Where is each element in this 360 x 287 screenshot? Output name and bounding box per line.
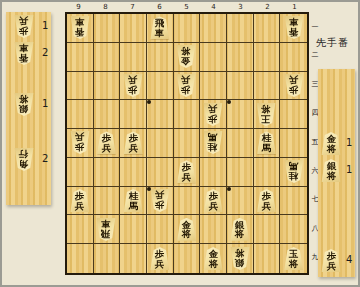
file-label-7: 7 xyxy=(119,3,146,11)
hand-count: 2 xyxy=(42,153,48,164)
star-point xyxy=(147,187,151,191)
file-label-8: 8 xyxy=(92,3,119,11)
hand-count: 2 xyxy=(42,47,48,58)
board-cell-7七[interactable]: 桂馬 xyxy=(120,187,147,216)
board-cell-4一[interactable] xyxy=(200,14,227,43)
shogi-piece-歩兵-sente[interactable]: 歩兵 xyxy=(70,189,90,212)
piece-kanji: 香 xyxy=(19,53,28,63)
board-cell-9八[interactable] xyxy=(67,215,94,244)
sente-hand-歩兵[interactable]: 歩兵4 xyxy=(318,249,355,273)
board-cell-5五[interactable] xyxy=(174,129,201,158)
board-cell-2一[interactable] xyxy=(254,14,281,43)
star-point xyxy=(227,187,231,191)
board-cell-6八[interactable] xyxy=(147,215,174,244)
piece-kanji: 将 xyxy=(262,104,271,114)
shogi-piece-歩兵-sente[interactable]: 歩兵 xyxy=(321,249,341,272)
shogi-piece-角行-gote[interactable]: 角行 xyxy=(14,148,34,171)
board-cell-2八[interactable] xyxy=(254,215,281,244)
board-cell-1八[interactable] xyxy=(280,215,307,244)
board-cell-8七[interactable] xyxy=(94,187,121,216)
board-cell-9六[interactable] xyxy=(67,158,94,187)
piece-kanji: 歩 xyxy=(128,84,137,94)
piece-kanji: 車 xyxy=(102,219,111,229)
piece-kanji: 歩 xyxy=(208,113,217,123)
board-cell-6六[interactable] xyxy=(147,158,174,187)
board-cell-4三[interactable] xyxy=(200,72,227,101)
board-cell-4五[interactable]: 桂馬 xyxy=(200,129,227,158)
board-cell-8九[interactable] xyxy=(94,244,121,273)
board-cell-6七[interactable]: 歩兵 xyxy=(147,187,174,216)
board-cell-8二[interactable] xyxy=(94,43,121,72)
piece-kanji: 兵 xyxy=(208,202,217,212)
board-cell-3三[interactable] xyxy=(227,72,254,101)
shogi-piece-歩兵-gote[interactable]: 歩兵 xyxy=(150,189,170,212)
shogi-piece-桂馬-gote[interactable]: 桂馬 xyxy=(203,131,223,154)
shogi-piece-銀将-sente[interactable]: 銀将 xyxy=(230,218,250,241)
piece-kanji: 歩 xyxy=(182,84,191,94)
board-cell-2九[interactable] xyxy=(254,244,281,273)
board-cell-9一[interactable]: 香車 xyxy=(67,14,94,43)
shogi-piece-桂馬-sente[interactable]: 桂馬 xyxy=(256,131,276,154)
gote-hand-角行[interactable]: 角行2 xyxy=(6,148,51,172)
board-cell-1三[interactable]: 歩兵 xyxy=(280,72,307,101)
board-cell-4六[interactable] xyxy=(200,158,227,187)
piece-kanji: 馬 xyxy=(289,161,298,171)
board-cell-3九[interactable]: 銀将 xyxy=(227,244,254,273)
shogi-piece-香車-gote[interactable]: 香車 xyxy=(70,16,90,39)
board-cell-8一[interactable] xyxy=(94,14,121,43)
board-cell-9五[interactable]: 歩兵 xyxy=(67,129,94,158)
piece-kanji: 馬 xyxy=(262,144,271,154)
piece-kanji: 兵 xyxy=(128,75,137,85)
board-cell-3四[interactable] xyxy=(227,100,254,129)
shogi-piece-銀将-gote[interactable]: 銀将 xyxy=(14,93,34,116)
gote-hand-香車[interactable]: 香車2 xyxy=(6,42,51,66)
board-cell-5六[interactable]: 歩兵 xyxy=(174,158,201,187)
piece-kanji: 将 xyxy=(235,230,244,240)
board-cell-1五[interactable] xyxy=(280,129,307,158)
piece-kanji: 将 xyxy=(182,230,191,240)
star-point xyxy=(227,100,231,104)
file-label-6: 6 xyxy=(146,3,173,11)
board-cell-1四[interactable] xyxy=(280,100,307,129)
file-label-2: 2 xyxy=(254,3,281,11)
piece-kanji: 銀 xyxy=(235,258,244,268)
board-cell-4九[interactable]: 金将 xyxy=(200,244,227,273)
piece-kanji: 車 xyxy=(19,43,28,53)
board-cell-8三[interactable] xyxy=(94,72,121,101)
piece-kanji: 兵 xyxy=(155,190,164,200)
sente-captured-stand: 金将1銀将1歩兵4 xyxy=(318,69,355,277)
piece-kanji: 歩 xyxy=(75,142,84,152)
board-cell-6五[interactable] xyxy=(147,129,174,158)
hand-count: 1 xyxy=(42,20,48,31)
shogi-piece-歩兵-sente[interactable]: 歩兵 xyxy=(176,160,196,183)
piece-kanji: 車 xyxy=(75,17,84,27)
hand-count: 1 xyxy=(346,137,352,148)
board-cell-5三[interactable]: 歩兵 xyxy=(174,72,201,101)
piece-kanji: 兵 xyxy=(102,144,111,154)
piece-kanji: 兵 xyxy=(262,202,271,212)
shogi-piece-歩兵-sente[interactable]: 歩兵 xyxy=(203,189,223,212)
board-cell-3二[interactable] xyxy=(227,43,254,72)
board-cell-6二[interactable] xyxy=(147,43,174,72)
board-cell-2六[interactable] xyxy=(254,158,281,187)
piece-kanji: 将 xyxy=(289,260,298,270)
piece-kanji: 車 xyxy=(289,17,298,27)
piece-kanji: 行 xyxy=(19,149,28,159)
piece-kanji: 兵 xyxy=(326,262,335,272)
board-cell-7三[interactable]: 歩兵 xyxy=(120,72,147,101)
shogi-app-window: 歩兵1香車2銀将1角行2 香車飛車香車金将歩兵歩兵歩兵歩兵王将歩兵歩兵歩兵桂馬桂… xyxy=(0,0,360,287)
shogi-piece-歩兵-sente[interactable]: 歩兵 xyxy=(150,247,170,270)
piece-kanji: 歩 xyxy=(19,26,28,36)
piece-kanji: 金 xyxy=(182,56,191,66)
board-cell-5八[interactable]: 金将 xyxy=(174,215,201,244)
piece-kanji: 兵 xyxy=(75,132,84,142)
shogi-piece-歩兵-sente[interactable]: 歩兵 xyxy=(256,189,276,212)
board-cell-4二[interactable] xyxy=(200,43,227,72)
board-cell-5一[interactable] xyxy=(174,14,201,43)
board-cell-6一[interactable]: 飛車 xyxy=(147,14,174,43)
board-cell-9三[interactable] xyxy=(67,72,94,101)
piece-kanji: 香 xyxy=(75,27,84,37)
shogi-piece-歩兵-gote[interactable]: 歩兵 xyxy=(203,103,223,126)
board-cell-5九[interactable] xyxy=(174,244,201,273)
board-cell-2四[interactable]: 王将 xyxy=(254,100,281,129)
shogi-piece-金将-sente[interactable]: 金将 xyxy=(321,132,341,155)
shogi-piece-桂馬-sente[interactable]: 桂馬 xyxy=(123,189,143,212)
board-cell-2七[interactable]: 歩兵 xyxy=(254,187,281,216)
piece-kanji: 兵 xyxy=(182,173,191,183)
shogi-piece-銀将-sente[interactable]: 銀将 xyxy=(321,159,341,182)
shogi-piece-銀将-gote[interactable]: 銀将 xyxy=(230,247,250,270)
gote-hand-歩兵[interactable]: 歩兵1 xyxy=(6,15,51,39)
board-cell-3五[interactable] xyxy=(227,129,254,158)
board-cell-1六[interactable]: 桂馬 xyxy=(280,158,307,187)
board-cell-2五[interactable]: 桂馬 xyxy=(254,129,281,158)
hand-count: 1 xyxy=(346,164,352,175)
file-label-3: 3 xyxy=(227,3,254,11)
piece-kanji: 兵 xyxy=(155,260,164,270)
board-cell-9九[interactable] xyxy=(67,244,94,273)
piece-kanji: 銀 xyxy=(19,104,28,114)
piece-kanji: 馬 xyxy=(208,132,217,142)
board-cell-3八[interactable]: 銀将 xyxy=(227,215,254,244)
board-cell-4四[interactable]: 歩兵 xyxy=(200,100,227,129)
shogi-piece-玉将-sente[interactable]: 玉将 xyxy=(284,247,304,270)
shogi-piece-金将-gote[interactable]: 金将 xyxy=(176,45,196,68)
shogi-piece-香車-gote[interactable]: 香車 xyxy=(14,42,34,65)
sente-hand-銀将[interactable]: 銀将1 xyxy=(318,159,355,183)
hand-count: 1 xyxy=(42,98,48,109)
star-point xyxy=(147,100,151,104)
piece-kanji: 桂 xyxy=(208,142,217,152)
board-cell-8八[interactable]: 飛車 xyxy=(94,215,121,244)
file-label-4: 4 xyxy=(200,3,227,11)
sente-hand-金将[interactable]: 金将1 xyxy=(318,132,355,156)
piece-kanji: 兵 xyxy=(208,104,217,114)
shogi-piece-桂馬-gote[interactable]: 桂馬 xyxy=(284,160,304,183)
board-cell-1七[interactable] xyxy=(280,187,307,216)
board-cell-6九[interactable]: 歩兵 xyxy=(147,244,174,273)
piece-kanji: 兵 xyxy=(19,16,28,26)
board-cell-2二[interactable] xyxy=(254,43,281,72)
shogi-piece-歩兵-gote[interactable]: 歩兵 xyxy=(14,15,34,38)
piece-kanji: 王 xyxy=(262,113,271,123)
board-cell-8六[interactable] xyxy=(94,158,121,187)
gote-captured-stand: 歩兵1香車2銀将1角行2 xyxy=(6,12,51,205)
board-cell-7六[interactable] xyxy=(120,158,147,187)
shogi-piece-香車-gote[interactable]: 香車 xyxy=(284,16,304,39)
piece-kanji: 兵 xyxy=(289,75,298,85)
piece-kanji: 将 xyxy=(19,94,28,104)
hand-count: 4 xyxy=(346,254,352,265)
board-cell-8五[interactable]: 歩兵 xyxy=(94,129,121,158)
board-cell-7一[interactable] xyxy=(120,14,147,43)
board-cell-8四[interactable] xyxy=(94,100,121,129)
shogi-piece-歩兵-gote[interactable]: 歩兵 xyxy=(284,74,304,97)
board-cell-3一[interactable] xyxy=(227,14,254,43)
board-cell-5七[interactable] xyxy=(174,187,201,216)
board-cell-9四[interactable] xyxy=(67,100,94,129)
file-label-9: 9 xyxy=(65,3,92,11)
shogi-piece-歩兵-gote[interactable]: 歩兵 xyxy=(176,74,196,97)
piece-kanji: 角 xyxy=(19,159,28,169)
piece-kanji: 飛 xyxy=(102,228,111,238)
board-cell-7八[interactable] xyxy=(120,215,147,244)
piece-kanji: 車 xyxy=(155,29,164,39)
board-cell-5二[interactable]: 金将 xyxy=(174,43,201,72)
shogi-piece-飛車-gote[interactable]: 飛車 xyxy=(96,218,116,241)
shogi-piece-歩兵-sente[interactable]: 歩兵 xyxy=(123,131,143,154)
board-cell-4七[interactable]: 歩兵 xyxy=(200,187,227,216)
shogi-board: 香車飛車香車金将歩兵歩兵歩兵歩兵王将歩兵歩兵歩兵桂馬桂馬歩兵桂馬歩兵桂馬歩兵歩兵… xyxy=(65,12,309,275)
piece-kanji: 将 xyxy=(326,172,335,182)
board-cell-4八[interactable] xyxy=(200,215,227,244)
file-label-1: 1 xyxy=(281,3,308,11)
board-cell-5四[interactable] xyxy=(174,100,201,129)
board-cell-1一[interactable]: 香車 xyxy=(280,14,307,43)
piece-kanji: 兵 xyxy=(182,75,191,85)
file-label-5: 5 xyxy=(173,3,200,11)
piece-kanji: 馬 xyxy=(128,202,137,212)
turn-indicator: 先手番 xyxy=(316,36,360,50)
board-cell-7四[interactable] xyxy=(120,100,147,129)
piece-kanji: 香 xyxy=(289,27,298,37)
shogi-piece-飛車-sente[interactable]: 飛車 xyxy=(150,16,170,39)
board-cell-3七[interactable] xyxy=(227,187,254,216)
piece-kanji: 将 xyxy=(208,260,217,270)
shogi-piece-王将-gote[interactable]: 王将 xyxy=(256,103,276,126)
board-cell-7二[interactable] xyxy=(120,43,147,72)
board-cell-9二[interactable] xyxy=(67,43,94,72)
piece-kanji: 歩 xyxy=(155,200,164,210)
piece-kanji: 将 xyxy=(182,46,191,56)
gote-hand-銀将[interactable]: 銀将1 xyxy=(6,93,51,117)
shogi-piece-歩兵-gote[interactable]: 歩兵 xyxy=(123,74,143,97)
board-cell-6三[interactable] xyxy=(147,72,174,101)
board-cell-6四[interactable] xyxy=(147,100,174,129)
piece-kanji: 将 xyxy=(326,145,335,155)
piece-kanji: 兵 xyxy=(128,144,137,154)
board-cell-2三[interactable] xyxy=(254,72,281,101)
piece-kanji: 桂 xyxy=(289,171,298,181)
shogi-piece-歩兵-sente[interactable]: 歩兵 xyxy=(96,131,116,154)
board-cell-7五[interactable]: 歩兵 xyxy=(120,129,147,158)
board-cell-1二[interactable] xyxy=(280,43,307,72)
piece-kanji: 歩 xyxy=(289,84,298,94)
shogi-piece-金将-sente[interactable]: 金将 xyxy=(203,247,223,270)
board-cell-7九[interactable] xyxy=(120,244,147,273)
board-cell-9七[interactable]: 歩兵 xyxy=(67,187,94,216)
board-cell-3六[interactable] xyxy=(227,158,254,187)
shogi-piece-歩兵-gote[interactable]: 歩兵 xyxy=(70,131,90,154)
piece-kanji: 将 xyxy=(235,248,244,258)
piece-kanji: 兵 xyxy=(75,202,84,212)
board-cell-1九[interactable]: 玉将 xyxy=(280,244,307,273)
shogi-piece-金将-sente[interactable]: 金将 xyxy=(176,218,196,241)
